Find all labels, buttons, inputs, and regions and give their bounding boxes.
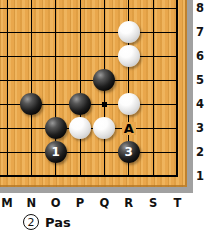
board-point-O6[interactable] — [44, 44, 68, 68]
board-grid: A13 — [0, 0, 187, 187]
move-number: 2 — [28, 217, 35, 228]
black-stone — [20, 93, 42, 115]
board-point-M2[interactable] — [0, 140, 19, 164]
board-point-O8[interactable] — [44, 0, 68, 20]
board-point-Q7[interactable] — [92, 20, 116, 44]
white-stone — [69, 117, 91, 139]
board-point-N2[interactable] — [19, 140, 43, 164]
row-label-1: 1 — [191, 169, 209, 184]
board-point-T8[interactable] — [165, 0, 187, 20]
black-stone — [45, 117, 67, 139]
row-label-4: 4 — [191, 97, 209, 112]
board-point-P7[interactable] — [68, 20, 92, 44]
white-stone — [93, 117, 115, 139]
white-stone — [118, 93, 140, 115]
board-point-R2[interactable]: 3 — [117, 140, 141, 164]
board-point-M1[interactable] — [0, 164, 19, 187]
board-point-T4[interactable] — [165, 92, 187, 116]
board-point-O4[interactable] — [44, 92, 68, 116]
board-point-Q1[interactable] — [92, 164, 116, 187]
board-point-Q4[interactable] — [92, 92, 116, 116]
col-label-S: S — [143, 196, 163, 210]
board-point-N3[interactable] — [19, 116, 43, 140]
board-point-S7[interactable] — [141, 20, 165, 44]
col-label-P: P — [70, 196, 90, 210]
board-point-O3[interactable] — [44, 116, 68, 140]
board-point-P8[interactable] — [68, 0, 92, 20]
board-point-T3[interactable] — [165, 116, 187, 140]
go-board[interactable]: A13 — [0, 0, 187, 187]
board-point-N6[interactable] — [19, 44, 43, 68]
board-point-T6[interactable] — [165, 44, 187, 68]
col-label-M: M — [0, 196, 17, 210]
col-label-Q: Q — [94, 196, 114, 210]
board-point-M4[interactable] — [0, 92, 19, 116]
go-diagram: A13 87654321 MNOPQRST 2 Pas — [0, 0, 212, 249]
board-point-Q3[interactable] — [92, 116, 116, 140]
board-point-O5[interactable] — [44, 68, 68, 92]
board-point-O7[interactable] — [44, 20, 68, 44]
board-point-T7[interactable] — [165, 20, 187, 44]
board-point-M3[interactable] — [0, 116, 19, 140]
board-point-S4[interactable] — [141, 92, 165, 116]
board-point-Q6[interactable] — [92, 44, 116, 68]
move-text: Pas — [45, 214, 71, 231]
row-label-6: 6 — [191, 49, 209, 64]
board-frame-bottom — [0, 187, 193, 193]
board-point-N5[interactable] — [19, 68, 43, 92]
board-point-S8[interactable] — [141, 0, 165, 20]
row-label-2: 2 — [191, 145, 209, 160]
board-point-S1[interactable] — [141, 164, 165, 187]
board-point-P5[interactable] — [68, 68, 92, 92]
board-point-S6[interactable] — [141, 44, 165, 68]
board-point-P3[interactable] — [68, 116, 92, 140]
board-point-T1[interactable] — [165, 164, 187, 187]
black-stone: 3 — [118, 141, 140, 163]
board-point-R8[interactable] — [117, 0, 141, 20]
board-point-M7[interactable] — [0, 20, 19, 44]
row-label-8: 8 — [191, 1, 209, 16]
board-point-P1[interactable] — [68, 164, 92, 187]
black-stone — [69, 93, 91, 115]
board-point-N8[interactable] — [19, 0, 43, 20]
row-label-5: 5 — [191, 73, 209, 88]
board-point-N7[interactable] — [19, 20, 43, 44]
white-move-number-circle: 2 — [23, 214, 39, 230]
board-point-S5[interactable] — [141, 68, 165, 92]
board-point-R1[interactable] — [117, 164, 141, 187]
board-point-M8[interactable] — [0, 0, 19, 20]
point-label-a: A — [122, 122, 136, 135]
board-point-R6[interactable] — [117, 44, 141, 68]
board-point-R7[interactable] — [117, 20, 141, 44]
move-number-label: 3 — [125, 146, 133, 158]
col-label-T: T — [167, 196, 187, 210]
move-number-label: 1 — [52, 146, 60, 158]
board-point-P4[interactable] — [68, 92, 92, 116]
col-label-O: O — [46, 196, 66, 210]
black-stone — [93, 69, 115, 91]
board-point-T2[interactable] — [165, 140, 187, 164]
white-stone — [118, 45, 140, 67]
board-point-M5[interactable] — [0, 68, 19, 92]
board-point-S2[interactable] — [141, 140, 165, 164]
move-caption: 2 Pas — [0, 213, 212, 235]
board-point-O1[interactable] — [44, 164, 68, 187]
board-point-Q2[interactable] — [92, 140, 116, 164]
board-point-T5[interactable] — [165, 68, 187, 92]
board-point-R5[interactable] — [117, 68, 141, 92]
col-label-N: N — [21, 196, 41, 210]
board-point-S3[interactable] — [141, 116, 165, 140]
col-label-R: R — [119, 196, 139, 210]
board-point-P2[interactable] — [68, 140, 92, 164]
black-stone: 1 — [45, 141, 67, 163]
board-point-Q5[interactable] — [92, 68, 116, 92]
row-label-7: 7 — [191, 25, 209, 40]
board-point-M6[interactable] — [0, 44, 19, 68]
board-point-O2[interactable]: 1 — [44, 140, 68, 164]
board-point-N1[interactable] — [19, 164, 43, 187]
row-label-3: 3 — [191, 121, 209, 136]
board-point-Q8[interactable] — [92, 0, 116, 20]
board-point-N4[interactable] — [19, 92, 43, 116]
board-point-P6[interactable] — [68, 44, 92, 68]
board-point-R4[interactable] — [117, 92, 141, 116]
board-point-R3[interactable]: A — [117, 116, 141, 140]
white-stone — [118, 21, 140, 43]
